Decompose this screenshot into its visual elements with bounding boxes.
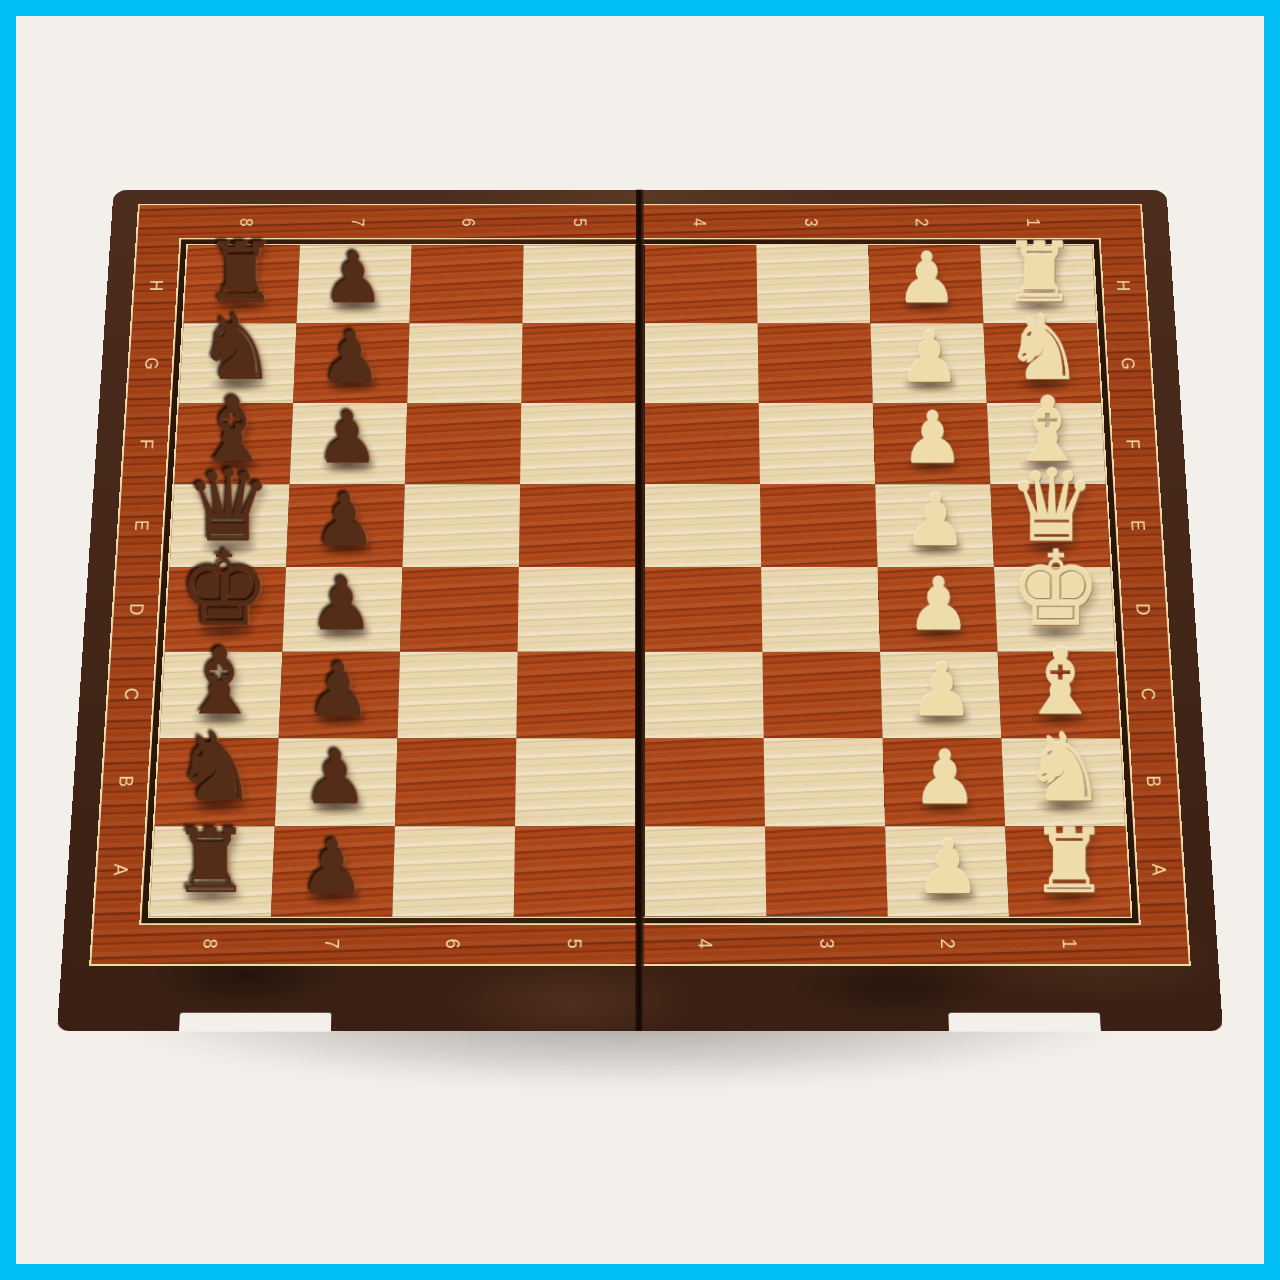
folding-chess-board: HGFEDCBA HGFEDCBA 87654321 87654321 ♜♟♞♟… — [57, 190, 1223, 1031]
file-label-a: A — [1147, 864, 1171, 876]
square-d4 — [645, 567, 763, 652]
black-pawn: ♟ — [250, 570, 432, 639]
square-a8: ♜ — [150, 826, 275, 916]
perspective-scene: HGFEDCBA HGFEDCBA 87654321 87654321 ♜♟♞♟… — [57, 0, 1223, 1031]
file-label-h: H — [145, 280, 168, 291]
file-label-d: D — [125, 603, 149, 615]
rank-label-7: 7 — [347, 218, 369, 226]
square-h5 — [522, 245, 635, 323]
rank-label-2: 2 — [936, 939, 960, 949]
rank-label-7: 7 — [320, 939, 344, 949]
black-pawn: ♟ — [242, 743, 428, 813]
square-b4 — [645, 738, 765, 826]
file-label-e: E — [130, 520, 153, 531]
white-pawn: ♟ — [847, 570, 1029, 639]
file-label-a: A — [109, 864, 133, 876]
black-rook: ♜ — [117, 819, 305, 903]
square-h4 — [645, 245, 758, 323]
square-c4 — [645, 652, 764, 738]
square-f5 — [520, 403, 635, 484]
rank-label-5: 5 — [569, 218, 591, 226]
rank-label-1: 1 — [1057, 939, 1081, 949]
file-label-h: H — [1112, 280, 1135, 291]
white-pawn: ♟ — [841, 324, 1018, 391]
file-label-f: F — [135, 439, 158, 449]
rank-label-8: 8 — [236, 218, 258, 226]
square-a5 — [514, 826, 635, 916]
square-d5 — [518, 567, 636, 652]
product-photo: HGFEDCBA HGFEDCBA 87654321 87654321 ♜♟♞♟… — [0, 0, 1280, 1280]
rank-label-3: 3 — [800, 218, 822, 226]
square-g5 — [521, 323, 635, 403]
file-label-b: B — [114, 775, 138, 786]
file-label-e: E — [1127, 520, 1150, 531]
file-label-c: C — [120, 688, 144, 700]
square-a4 — [645, 826, 766, 916]
square-a1: ♜ — [1005, 826, 1130, 916]
board-half-right: ♟♜♟♞♟♝♟♛♟♚♟♝♟♞♟♜ — [645, 245, 1131, 916]
square-b7: ♟ — [275, 738, 398, 826]
rank-label-8: 8 — [198, 939, 222, 949]
square-b5 — [515, 738, 635, 826]
rank-label-4: 4 — [689, 218, 711, 226]
foot-notch-right — [948, 1013, 1100, 1032]
square-b2: ♟ — [883, 738, 1006, 826]
rank-label-6: 6 — [458, 218, 480, 226]
file-label-g: G — [140, 358, 163, 370]
frame-hinge-seam — [636, 190, 645, 1031]
file-label-c: C — [1137, 688, 1161, 700]
rank-label-2: 2 — [911, 218, 933, 226]
rank-label-4: 4 — [694, 939, 718, 949]
board-half-left: ♜♟♞♟♝♟♛♟♚♟♝♟♞♟♜♟ — [150, 245, 636, 916]
file-label-d: D — [1131, 603, 1155, 615]
white-rook: ♜ — [975, 819, 1163, 903]
square-c5 — [516, 652, 635, 738]
foot-notch-left — [179, 1013, 331, 1032]
file-label-b: B — [1142, 775, 1166, 786]
file-label-f: F — [1122, 439, 1145, 449]
rank-label-1: 1 — [1022, 218, 1044, 226]
square-g4 — [645, 323, 759, 403]
rank-label-5: 5 — [562, 939, 586, 949]
square-e4 — [645, 484, 761, 567]
rank-label-3: 3 — [815, 939, 839, 949]
rank-label-6: 6 — [441, 939, 465, 949]
square-f4 — [645, 403, 760, 484]
file-label-g: G — [1117, 358, 1140, 370]
square-e5 — [519, 484, 635, 567]
black-pawn: ♟ — [262, 324, 439, 391]
white-pawn: ♟ — [852, 743, 1038, 813]
